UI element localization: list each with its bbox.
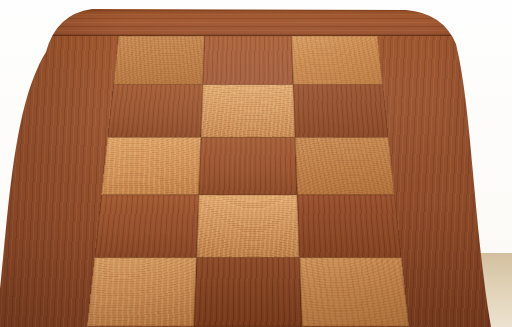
board-square-r1c2-dark (203, 36, 293, 85)
games-table-top (0, 0, 512, 327)
board-square-r2c3-dark (293, 85, 389, 138)
board-square-r4c2-light (197, 195, 299, 258)
board-square-r3c3-light (295, 137, 395, 194)
board-square-r3c1-light (101, 137, 201, 194)
board-square-r1c1-light (113, 36, 205, 85)
board-square-r5c3-light (299, 258, 409, 327)
board-square-r2c1-dark (108, 85, 204, 138)
board-grid (87, 36, 409, 326)
board-square-r4c1-dark (95, 195, 200, 258)
board-square-r2c2-light (201, 85, 295, 138)
board-square-r1c3-light (291, 36, 383, 85)
checkerboard-perspective (78, 36, 418, 327)
board-square-r4c3-dark (297, 195, 402, 258)
board-square-r3c2-dark (199, 137, 297, 194)
board-square-r5c1-light (87, 258, 197, 327)
board-square-r5c2-dark (194, 258, 301, 327)
photo-scene (0, 0, 512, 327)
